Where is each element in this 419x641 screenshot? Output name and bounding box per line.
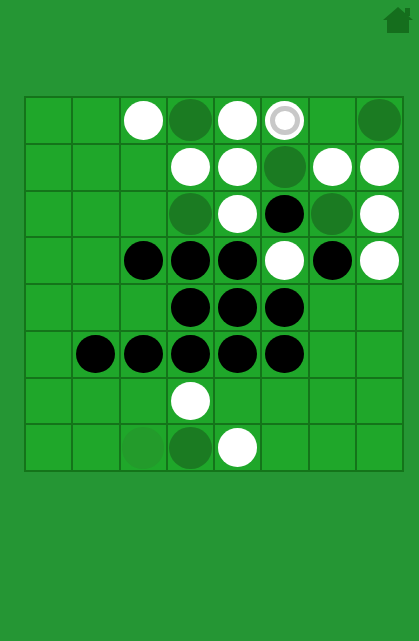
black-disc — [171, 241, 210, 279]
black-disc — [218, 241, 257, 279]
cell-f8[interactable] — [262, 425, 307, 470]
white-disc — [360, 241, 399, 279]
cell-c5[interactable] — [121, 285, 166, 330]
cell-h5[interactable] — [357, 285, 402, 330]
cell-e7[interactable] — [215, 379, 260, 424]
cell-f6[interactable] — [262, 332, 307, 377]
home-icon — [382, 4, 414, 36]
black-disc — [171, 335, 210, 373]
white-disc-last-move — [265, 101, 304, 139]
cell-h3[interactable] — [357, 192, 402, 237]
cell-a8[interactable] — [26, 425, 71, 470]
cell-g8[interactable] — [310, 425, 355, 470]
cell-f1[interactable] — [262, 98, 307, 143]
black-disc — [265, 288, 304, 326]
cell-h8[interactable] — [357, 425, 402, 470]
white-disc — [313, 148, 352, 186]
cell-c8[interactable] — [121, 425, 166, 470]
cell-c6[interactable] — [121, 332, 166, 377]
cell-f7[interactable] — [262, 379, 307, 424]
legal-move-hint — [311, 193, 354, 235]
cell-b2[interactable] — [73, 145, 118, 190]
white-disc — [218, 101, 257, 139]
cell-e3[interactable] — [215, 192, 260, 237]
cell-f4[interactable] — [262, 238, 307, 283]
cell-b7[interactable] — [73, 379, 118, 424]
cell-a7[interactable] — [26, 379, 71, 424]
cell-c4[interactable] — [121, 238, 166, 283]
black-disc — [124, 241, 163, 279]
cell-b1[interactable] — [73, 98, 118, 143]
cell-e6[interactable] — [215, 332, 260, 377]
cell-d3[interactable] — [168, 192, 213, 237]
cell-b5[interactable] — [73, 285, 118, 330]
black-disc — [218, 335, 257, 373]
cell-d2[interactable] — [168, 145, 213, 190]
black-disc — [76, 335, 115, 373]
cell-h2[interactable] — [357, 145, 402, 190]
black-disc — [218, 288, 257, 326]
cell-f2[interactable] — [262, 145, 307, 190]
black-disc — [265, 195, 304, 233]
white-disc — [124, 101, 163, 139]
white-disc — [171, 382, 210, 420]
cell-g7[interactable] — [310, 379, 355, 424]
cell-h1[interactable] — [357, 98, 402, 143]
cell-e2[interactable] — [215, 145, 260, 190]
legal-move-hint — [264, 146, 307, 188]
cell-g5[interactable] — [310, 285, 355, 330]
cell-d8[interactable] — [168, 425, 213, 470]
black-disc — [265, 335, 304, 373]
cell-h6[interactable] — [357, 332, 402, 377]
cell-c7[interactable] — [121, 379, 166, 424]
cell-h7[interactable] — [357, 379, 402, 424]
white-disc — [171, 148, 210, 186]
cell-e5[interactable] — [215, 285, 260, 330]
cell-a5[interactable] — [26, 285, 71, 330]
last-move-ring — [270, 106, 300, 135]
cell-g6[interactable] — [310, 332, 355, 377]
cell-d5[interactable] — [168, 285, 213, 330]
cell-e4[interactable] — [215, 238, 260, 283]
cell-d7[interactable] — [168, 379, 213, 424]
cell-a3[interactable] — [26, 192, 71, 237]
cell-e1[interactable] — [215, 98, 260, 143]
cell-c3[interactable] — [121, 192, 166, 237]
cell-c2[interactable] — [121, 145, 166, 190]
legal-move-hint — [169, 193, 212, 235]
cell-h4[interactable] — [357, 238, 402, 283]
cell-f5[interactable] — [262, 285, 307, 330]
white-disc — [218, 195, 257, 233]
white-disc — [360, 148, 399, 186]
cell-a2[interactable] — [26, 145, 71, 190]
cell-b6[interactable] — [73, 332, 118, 377]
cell-g2[interactable] — [310, 145, 355, 190]
cell-d4[interactable] — [168, 238, 213, 283]
white-disc — [218, 428, 257, 466]
white-disc — [360, 195, 399, 233]
cell-g1[interactable] — [310, 98, 355, 143]
black-disc — [313, 241, 352, 279]
white-disc — [218, 148, 257, 186]
cell-g4[interactable] — [310, 238, 355, 283]
home-button[interactable] — [382, 4, 414, 36]
cell-g3[interactable] — [310, 192, 355, 237]
black-disc — [124, 335, 163, 373]
legal-move-hint — [169, 99, 212, 141]
cell-c1[interactable] — [121, 98, 166, 143]
board — [24, 96, 404, 472]
white-disc — [265, 241, 304, 279]
black-disc — [171, 288, 210, 326]
cell-b4[interactable] — [73, 238, 118, 283]
legal-move-hint — [358, 99, 401, 141]
cell-e8[interactable] — [215, 425, 260, 470]
cell-b3[interactable] — [73, 192, 118, 237]
legal-move-hint — [169, 427, 212, 469]
legal-move-hint-faint — [122, 427, 165, 469]
cell-b8[interactable] — [73, 425, 118, 470]
cell-a1[interactable] — [26, 98, 71, 143]
cell-a6[interactable] — [26, 332, 71, 377]
cell-a4[interactable] — [26, 238, 71, 283]
cell-d6[interactable] — [168, 332, 213, 377]
cell-d1[interactable] — [168, 98, 213, 143]
cell-f3[interactable] — [262, 192, 307, 237]
